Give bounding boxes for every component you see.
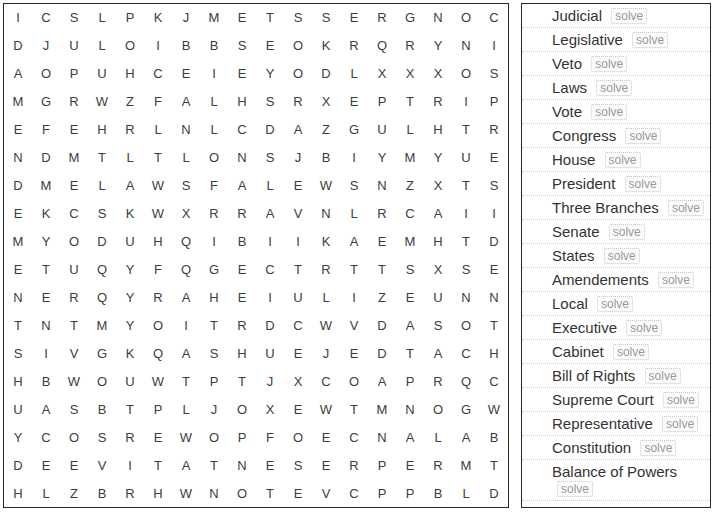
grid-cell-r18c14[interactable]: P: [368, 479, 396, 507]
grid-cell-r4c2[interactable]: G: [32, 88, 60, 116]
grid-cell-r12c2[interactable]: N: [32, 311, 60, 339]
grid-cell-r10c9[interactable]: E: [228, 256, 256, 284]
grid-cell-r17c5[interactable]: I: [116, 451, 144, 479]
grid-cell-r10c17[interactable]: S: [452, 256, 480, 284]
grid-cell-r5c16[interactable]: H: [424, 116, 452, 144]
grid-cell-r17c13[interactable]: R: [340, 451, 368, 479]
grid-cell-r11c17[interactable]: N: [452, 283, 480, 311]
grid-cell-r1c7[interactable]: J: [172, 4, 200, 32]
grid-cell-r7c7[interactable]: S: [172, 172, 200, 200]
solve-button[interactable]: solve: [591, 56, 627, 72]
grid-cell-r16c8[interactable]: O: [200, 423, 228, 451]
grid-cell-r4c9[interactable]: H: [228, 88, 256, 116]
grid-cell-r16c3[interactable]: O: [60, 423, 88, 451]
grid-cell-r7c17[interactable]: T: [452, 172, 480, 200]
grid-cell-r3c10[interactable]: Y: [256, 60, 284, 88]
grid-cell-r8c8[interactable]: R: [200, 200, 228, 228]
grid-cell-r3c7[interactable]: E: [172, 60, 200, 88]
grid-cell-r11c4[interactable]: Q: [88, 283, 116, 311]
grid-cell-r17c1[interactable]: D: [4, 451, 32, 479]
grid-cell-r9c4[interactable]: D: [88, 228, 116, 256]
grid-cell-r4c12[interactable]: X: [312, 88, 340, 116]
grid-cell-r6c15[interactable]: M: [396, 144, 424, 172]
grid-cell-r2c2[interactable]: J: [32, 32, 60, 60]
grid-cell-r10c8[interactable]: G: [200, 256, 228, 284]
grid-cell-r14c7[interactable]: T: [172, 367, 200, 395]
grid-cell-r13c18[interactable]: H: [480, 339, 508, 367]
grid-cell-r3c12[interactable]: D: [312, 60, 340, 88]
grid-cell-r11c18[interactable]: N: [480, 283, 508, 311]
grid-cell-r13c11[interactable]: E: [284, 339, 312, 367]
grid-cell-r17c9[interactable]: N: [228, 451, 256, 479]
grid-cell-r18c4[interactable]: B: [88, 479, 116, 507]
grid-cell-r4c8[interactable]: L: [200, 88, 228, 116]
grid-cell-r5c18[interactable]: R: [480, 116, 508, 144]
grid-cell-r6c2[interactable]: D: [32, 144, 60, 172]
grid-cell-r6c11[interactable]: J: [284, 144, 312, 172]
grid-cell-r5c14[interactable]: U: [368, 116, 396, 144]
grid-cell-r15c7[interactable]: L: [172, 395, 200, 423]
grid-cell-r4c3[interactable]: R: [60, 88, 88, 116]
grid-cell-r2c5[interactable]: O: [116, 32, 144, 60]
grid-cell-r18c13[interactable]: C: [340, 479, 368, 507]
grid-cell-r9c1[interactable]: M: [4, 228, 32, 256]
solve-button[interactable]: solve: [640, 440, 676, 456]
grid-cell-r1c12[interactable]: S: [312, 4, 340, 32]
grid-cell-r7c12[interactable]: W: [312, 172, 340, 200]
grid-cell-r9c12[interactable]: K: [312, 228, 340, 256]
grid-cell-r3c2[interactable]: O: [32, 60, 60, 88]
grid-cell-r6c7[interactable]: L: [172, 144, 200, 172]
grid-cell-r4c5[interactable]: Z: [116, 88, 144, 116]
grid-cell-r11c8[interactable]: H: [200, 283, 228, 311]
grid-cell-r10c3[interactable]: U: [60, 256, 88, 284]
grid-cell-r10c2[interactable]: T: [32, 256, 60, 284]
grid-cell-r1c4[interactable]: L: [88, 4, 116, 32]
grid-cell-r16c9[interactable]: P: [228, 423, 256, 451]
grid-cell-r17c17[interactable]: M: [452, 451, 480, 479]
grid-cell-r18c1[interactable]: H: [4, 479, 32, 507]
grid-cell-r4c10[interactable]: S: [256, 88, 284, 116]
grid-cell-r14c16[interactable]: R: [424, 367, 452, 395]
grid-cell-r14c18[interactable]: C: [480, 367, 508, 395]
grid-cell-r5c2[interactable]: F: [32, 116, 60, 144]
grid-cell-r15c10[interactable]: X: [256, 395, 284, 423]
grid-cell-r16c7[interactable]: W: [172, 423, 200, 451]
grid-cell-r17c14[interactable]: P: [368, 451, 396, 479]
grid-cell-r8c6[interactable]: W: [144, 200, 172, 228]
grid-cell-r18c5[interactable]: R: [116, 479, 144, 507]
grid-cell-r6c1[interactable]: N: [4, 144, 32, 172]
grid-cell-r12c3[interactable]: T: [60, 311, 88, 339]
grid-cell-r16c5[interactable]: R: [116, 423, 144, 451]
grid-cell-r14c3[interactable]: W: [60, 367, 88, 395]
grid-cell-r6c8[interactable]: O: [200, 144, 228, 172]
grid-cell-r3c9[interactable]: E: [228, 60, 256, 88]
grid-cell-r17c12[interactable]: E: [312, 451, 340, 479]
grid-cell-r7c13[interactable]: S: [340, 172, 368, 200]
grid-cell-r2c10[interactable]: E: [256, 32, 284, 60]
grid-cell-r15c3[interactable]: S: [60, 395, 88, 423]
grid-cell-r13c4[interactable]: G: [88, 339, 116, 367]
grid-cell-r2c12[interactable]: K: [312, 32, 340, 60]
grid-cell-r12c10[interactable]: D: [256, 311, 284, 339]
grid-cell-r10c18[interactable]: E: [480, 256, 508, 284]
grid-cell-r15c9[interactable]: O: [228, 395, 256, 423]
grid-cell-r15c6[interactable]: P: [144, 395, 172, 423]
grid-cell-r8c15[interactable]: C: [396, 200, 424, 228]
grid-cell-r6c14[interactable]: Y: [368, 144, 396, 172]
grid-cell-r16c18[interactable]: B: [480, 423, 508, 451]
grid-cell-r3c8[interactable]: I: [200, 60, 228, 88]
grid-cell-r15c4[interactable]: B: [88, 395, 116, 423]
grid-cell-r14c14[interactable]: A: [368, 367, 396, 395]
solve-button[interactable]: solve: [625, 128, 661, 144]
grid-cell-r14c9[interactable]: T: [228, 367, 256, 395]
grid-cell-r18c3[interactable]: Z: [60, 479, 88, 507]
grid-cell-r3c15[interactable]: X: [396, 60, 424, 88]
grid-cell-r18c2[interactable]: L: [32, 479, 60, 507]
grid-cell-r9c7[interactable]: Q: [172, 228, 200, 256]
grid-cell-r16c2[interactable]: C: [32, 423, 60, 451]
grid-cell-r6c9[interactable]: N: [228, 144, 256, 172]
grid-cell-r14c8[interactable]: P: [200, 367, 228, 395]
grid-cell-r13c5[interactable]: K: [116, 339, 144, 367]
grid-cell-r3c4[interactable]: U: [88, 60, 116, 88]
grid-cell-r14c10[interactable]: J: [256, 367, 284, 395]
grid-cell-r4c11[interactable]: R: [284, 88, 312, 116]
grid-cell-r9c9[interactable]: B: [228, 228, 256, 256]
grid-cell-r6c6[interactable]: T: [144, 144, 172, 172]
grid-cell-r11c5[interactable]: Y: [116, 283, 144, 311]
grid-cell-r6c13[interactable]: I: [340, 144, 368, 172]
grid-cell-r16c12[interactable]: E: [312, 423, 340, 451]
grid-cell-r12c14[interactable]: D: [368, 311, 396, 339]
grid-cell-r14c17[interactable]: Q: [452, 367, 480, 395]
grid-cell-r4c15[interactable]: T: [396, 88, 424, 116]
grid-cell-r6c5[interactable]: L: [116, 144, 144, 172]
grid-cell-r17c15[interactable]: E: [396, 451, 424, 479]
grid-cell-r5c15[interactable]: L: [396, 116, 424, 144]
grid-cell-r13c12[interactable]: J: [312, 339, 340, 367]
grid-cell-r16c14[interactable]: N: [368, 423, 396, 451]
grid-cell-r2c3[interactable]: U: [60, 32, 88, 60]
grid-cell-r7c11[interactable]: E: [284, 172, 312, 200]
grid-cell-r11c12[interactable]: L: [312, 283, 340, 311]
grid-cell-r2c4[interactable]: L: [88, 32, 116, 60]
grid-cell-r4c13[interactable]: E: [340, 88, 368, 116]
grid-cell-r11c14[interactable]: Z: [368, 283, 396, 311]
grid-cell-r15c8[interactable]: J: [200, 395, 228, 423]
grid-cell-r13c17[interactable]: C: [452, 339, 480, 367]
grid-cell-r17c11[interactable]: S: [284, 451, 312, 479]
grid-cell-r9c14[interactable]: E: [368, 228, 396, 256]
grid-cell-r3c18[interactable]: S: [480, 60, 508, 88]
grid-cell-r17c8[interactable]: T: [200, 451, 228, 479]
grid-cell-r11c15[interactable]: E: [396, 283, 424, 311]
grid-cell-r7c2[interactable]: M: [32, 172, 60, 200]
grid-cell-r5c8[interactable]: L: [200, 116, 228, 144]
grid-cell-r7c6[interactable]: W: [144, 172, 172, 200]
grid-cell-r5c7[interactable]: N: [172, 116, 200, 144]
grid-cell-r13c15[interactable]: T: [396, 339, 424, 367]
grid-cell-r15c11[interactable]: E: [284, 395, 312, 423]
grid-cell-r10c15[interactable]: S: [396, 256, 424, 284]
grid-cell-r4c14[interactable]: P: [368, 88, 396, 116]
grid-cell-r8c17[interactable]: I: [452, 200, 480, 228]
grid-cell-r10c14[interactable]: T: [368, 256, 396, 284]
grid-cell-r10c1[interactable]: E: [4, 256, 32, 284]
grid-cell-r10c16[interactable]: X: [424, 256, 452, 284]
grid-cell-r13c2[interactable]: I: [32, 339, 60, 367]
solve-button[interactable]: solve: [604, 248, 640, 264]
grid-cell-r6c17[interactable]: U: [452, 144, 480, 172]
grid-cell-r8c4[interactable]: S: [88, 200, 116, 228]
grid-cell-r5c4[interactable]: H: [88, 116, 116, 144]
grid-cell-r9c10[interactable]: I: [256, 228, 284, 256]
grid-cell-r8c3[interactable]: C: [60, 200, 88, 228]
grid-cell-r17c2[interactable]: E: [32, 451, 60, 479]
grid-cell-r12c4[interactable]: M: [88, 311, 116, 339]
grid-cell-r4c4[interactable]: W: [88, 88, 116, 116]
grid-cell-r17c18[interactable]: T: [480, 451, 508, 479]
grid-cell-r7c10[interactable]: L: [256, 172, 284, 200]
solve-button[interactable]: solve: [609, 224, 645, 240]
solve-button[interactable]: solve: [605, 152, 641, 168]
grid-cell-r18c6[interactable]: H: [144, 479, 172, 507]
grid-cell-r8c2[interactable]: K: [32, 200, 60, 228]
grid-cell-r16c17[interactable]: A: [452, 423, 480, 451]
grid-cell-r13c16[interactable]: A: [424, 339, 452, 367]
grid-cell-r2c7[interactable]: B: [172, 32, 200, 60]
grid-cell-r5c6[interactable]: L: [144, 116, 172, 144]
grid-cell-r1c13[interactable]: E: [340, 4, 368, 32]
grid-cell-r1c1[interactable]: I: [4, 4, 32, 32]
grid-cell-r11c6[interactable]: R: [144, 283, 172, 311]
grid-cell-r1c11[interactable]: S: [284, 4, 312, 32]
grid-cell-r9c6[interactable]: H: [144, 228, 172, 256]
solve-button[interactable]: solve: [596, 80, 632, 96]
grid-cell-r10c11[interactable]: T: [284, 256, 312, 284]
grid-cell-r15c17[interactable]: G: [452, 395, 480, 423]
grid-cell-r7c5[interactable]: A: [116, 172, 144, 200]
grid-cell-r3c17[interactable]: O: [452, 60, 480, 88]
grid-cell-r11c3[interactable]: R: [60, 283, 88, 311]
grid-cell-r8c12[interactable]: N: [312, 200, 340, 228]
grid-cell-r12c5[interactable]: Y: [116, 311, 144, 339]
grid-cell-r18c16[interactable]: B: [424, 479, 452, 507]
grid-cell-r10c13[interactable]: T: [340, 256, 368, 284]
grid-cell-r16c6[interactable]: E: [144, 423, 172, 451]
grid-cell-r14c13[interactable]: O: [340, 367, 368, 395]
grid-cell-r16c1[interactable]: Y: [4, 423, 32, 451]
grid-cell-r1c15[interactable]: G: [396, 4, 424, 32]
grid-cell-r13c10[interactable]: U: [256, 339, 284, 367]
grid-cell-r10c6[interactable]: F: [144, 256, 172, 284]
grid-cell-r9c16[interactable]: H: [424, 228, 452, 256]
grid-cell-r14c15[interactable]: P: [396, 367, 424, 395]
grid-cell-r7c8[interactable]: F: [200, 172, 228, 200]
grid-cell-r10c12[interactable]: R: [312, 256, 340, 284]
grid-cell-r7c3[interactable]: E: [60, 172, 88, 200]
grid-cell-r2c8[interactable]: B: [200, 32, 228, 60]
grid-cell-r3c1[interactable]: A: [4, 60, 32, 88]
grid-cell-r4c18[interactable]: P: [480, 88, 508, 116]
grid-cell-r13c13[interactable]: E: [340, 339, 368, 367]
grid-cell-r5c3[interactable]: E: [60, 116, 88, 144]
grid-cell-r2c13[interactable]: R: [340, 32, 368, 60]
grid-cell-r11c9[interactable]: E: [228, 283, 256, 311]
grid-cell-r14c2[interactable]: B: [32, 367, 60, 395]
grid-cell-r12c8[interactable]: T: [200, 311, 228, 339]
grid-cell-r2c15[interactable]: R: [396, 32, 424, 60]
grid-cell-r16c13[interactable]: C: [340, 423, 368, 451]
solve-button[interactable]: solve: [662, 416, 698, 432]
grid-cell-r18c9[interactable]: O: [228, 479, 256, 507]
grid-cell-r9c15[interactable]: M: [396, 228, 424, 256]
grid-cell-r11c1[interactable]: N: [4, 283, 32, 311]
grid-cell-r18c10[interactable]: T: [256, 479, 284, 507]
grid-cell-r1c8[interactable]: M: [200, 4, 228, 32]
grid-cell-r2c18[interactable]: I: [480, 32, 508, 60]
solve-button[interactable]: solve: [591, 104, 627, 120]
grid-cell-r8c11[interactable]: V: [284, 200, 312, 228]
grid-cell-r3c5[interactable]: H: [116, 60, 144, 88]
solve-button[interactable]: solve: [626, 320, 662, 336]
grid-cell-r16c10[interactable]: F: [256, 423, 284, 451]
solve-button[interactable]: solve: [645, 368, 681, 384]
grid-cell-r15c1[interactable]: U: [4, 395, 32, 423]
grid-cell-r13c7[interactable]: A: [172, 339, 200, 367]
grid-cell-r12c12[interactable]: W: [312, 311, 340, 339]
grid-cell-r11c2[interactable]: E: [32, 283, 60, 311]
grid-cell-r5c12[interactable]: Z: [312, 116, 340, 144]
grid-cell-r1c5[interactable]: P: [116, 4, 144, 32]
grid-cell-r7c1[interactable]: D: [4, 172, 32, 200]
grid-cell-r5c13[interactable]: G: [340, 116, 368, 144]
grid-cell-r11c11[interactable]: U: [284, 283, 312, 311]
grid-cell-r12c1[interactable]: T: [4, 311, 32, 339]
solve-button[interactable]: solve: [611, 8, 647, 24]
grid-cell-r15c16[interactable]: O: [424, 395, 452, 423]
grid-cell-r1c3[interactable]: S: [60, 4, 88, 32]
grid-cell-r7c9[interactable]: A: [228, 172, 256, 200]
grid-cell-r14c12[interactable]: C: [312, 367, 340, 395]
grid-cell-r11c7[interactable]: A: [172, 283, 200, 311]
grid-cell-r1c14[interactable]: R: [368, 4, 396, 32]
grid-cell-r17c3[interactable]: E: [60, 451, 88, 479]
grid-cell-r17c10[interactable]: E: [256, 451, 284, 479]
solve-button[interactable]: solve: [632, 32, 668, 48]
grid-cell-r1c9[interactable]: E: [228, 4, 256, 32]
grid-cell-r3c11[interactable]: O: [284, 60, 312, 88]
grid-cell-r12c17[interactable]: O: [452, 311, 480, 339]
grid-cell-r12c18[interactable]: T: [480, 311, 508, 339]
grid-cell-r10c5[interactable]: Y: [116, 256, 144, 284]
grid-cell-r13c6[interactable]: Q: [144, 339, 172, 367]
grid-cell-r14c5[interactable]: U: [116, 367, 144, 395]
grid-cell-r14c1[interactable]: H: [4, 367, 32, 395]
grid-cell-r17c6[interactable]: T: [144, 451, 172, 479]
grid-cell-r2c11[interactable]: O: [284, 32, 312, 60]
grid-cell-r4c16[interactable]: R: [424, 88, 452, 116]
grid-cell-r7c15[interactable]: Z: [396, 172, 424, 200]
grid-cell-r16c11[interactable]: O: [284, 423, 312, 451]
grid-cell-r1c16[interactable]: N: [424, 4, 452, 32]
grid-cell-r1c18[interactable]: C: [480, 4, 508, 32]
grid-cell-r4c17[interactable]: I: [452, 88, 480, 116]
grid-cell-r7c4[interactable]: L: [88, 172, 116, 200]
grid-cell-r11c16[interactable]: U: [424, 283, 452, 311]
grid-cell-r18c8[interactable]: N: [200, 479, 228, 507]
grid-cell-r5c17[interactable]: T: [452, 116, 480, 144]
grid-cell-r6c4[interactable]: T: [88, 144, 116, 172]
grid-cell-r9c18[interactable]: D: [480, 228, 508, 256]
grid-cell-r18c18[interactable]: D: [480, 479, 508, 507]
grid-cell-r3c3[interactable]: P: [60, 60, 88, 88]
grid-cell-r6c10[interactable]: S: [256, 144, 284, 172]
grid-cell-r14c11[interactable]: X: [284, 367, 312, 395]
grid-cell-r5c10[interactable]: D: [256, 116, 284, 144]
grid-cell-r1c17[interactable]: O: [452, 4, 480, 32]
grid-cell-r9c2[interactable]: Y: [32, 228, 60, 256]
grid-cell-r4c7[interactable]: A: [172, 88, 200, 116]
grid-cell-r11c10[interactable]: I: [256, 283, 284, 311]
grid-cell-r8c13[interactable]: L: [340, 200, 368, 228]
grid-cell-r2c16[interactable]: Y: [424, 32, 452, 60]
grid-cell-r2c1[interactable]: D: [4, 32, 32, 60]
grid-cell-r8c1[interactable]: E: [4, 200, 32, 228]
grid-cell-r8c9[interactable]: R: [228, 200, 256, 228]
grid-cell-r5c5[interactable]: R: [116, 116, 144, 144]
grid-cell-r7c18[interactable]: S: [480, 172, 508, 200]
grid-cell-r8c5[interactable]: K: [116, 200, 144, 228]
solve-button[interactable]: solve: [597, 296, 633, 312]
grid-cell-r13c9[interactable]: H: [228, 339, 256, 367]
grid-cell-r13c14[interactable]: D: [368, 339, 396, 367]
solve-button[interactable]: solve: [613, 344, 649, 360]
grid-cell-r14c6[interactable]: W: [144, 367, 172, 395]
grid-cell-r15c14[interactable]: M: [368, 395, 396, 423]
grid-cell-r16c15[interactable]: A: [396, 423, 424, 451]
grid-cell-r8c14[interactable]: R: [368, 200, 396, 228]
grid-cell-r15c12[interactable]: W: [312, 395, 340, 423]
grid-cell-r5c1[interactable]: E: [4, 116, 32, 144]
grid-cell-r12c13[interactable]: V: [340, 311, 368, 339]
grid-cell-r8c7[interactable]: X: [172, 200, 200, 228]
grid-cell-r12c15[interactable]: A: [396, 311, 424, 339]
grid-cell-r9c5[interactable]: U: [116, 228, 144, 256]
grid-cell-r6c12[interactable]: B: [312, 144, 340, 172]
grid-cell-r4c1[interactable]: M: [4, 88, 32, 116]
grid-cell-r9c8[interactable]: I: [200, 228, 228, 256]
solve-button[interactable]: solve: [658, 272, 694, 288]
grid-cell-r10c4[interactable]: Q: [88, 256, 116, 284]
grid-cell-r8c16[interactable]: A: [424, 200, 452, 228]
grid-cell-r16c4[interactable]: S: [88, 423, 116, 451]
grid-cell-r8c18[interactable]: I: [480, 200, 508, 228]
grid-cell-r2c17[interactable]: N: [452, 32, 480, 60]
grid-cell-r12c7[interactable]: I: [172, 311, 200, 339]
grid-cell-r15c13[interactable]: T: [340, 395, 368, 423]
grid-cell-r1c10[interactable]: T: [256, 4, 284, 32]
solve-button[interactable]: solve: [557, 481, 593, 497]
grid-cell-r3c13[interactable]: L: [340, 60, 368, 88]
grid-cell-r1c6[interactable]: K: [144, 4, 172, 32]
grid-cell-r10c10[interactable]: C: [256, 256, 284, 284]
grid-cell-r18c11[interactable]: E: [284, 479, 312, 507]
grid-cell-r18c7[interactable]: W: [172, 479, 200, 507]
